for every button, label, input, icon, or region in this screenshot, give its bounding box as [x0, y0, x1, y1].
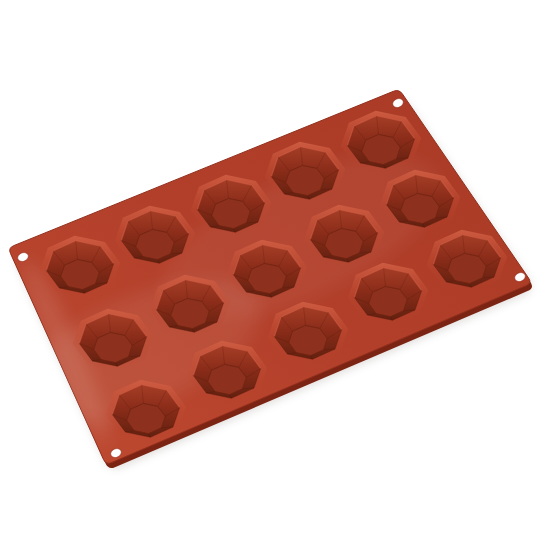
cavity-floor	[212, 198, 251, 228]
cavity-floor	[448, 253, 487, 283]
cavity-floor	[369, 286, 408, 316]
cavity-floor	[171, 298, 210, 328]
cavity-floor	[61, 259, 100, 289]
product-photo-svg	[0, 0, 549, 549]
cavity-floor	[286, 165, 325, 195]
cavity-floor	[127, 403, 166, 433]
cavity-floor	[289, 325, 328, 355]
cavity-floor	[362, 134, 401, 164]
cavity-floor	[401, 193, 440, 223]
cavity-floor	[136, 229, 175, 259]
product-photo	[0, 0, 549, 549]
cavity-floor	[248, 263, 287, 293]
cavity-floor	[208, 364, 247, 394]
cavity-floor	[325, 228, 364, 258]
cavity-floor	[94, 332, 133, 362]
